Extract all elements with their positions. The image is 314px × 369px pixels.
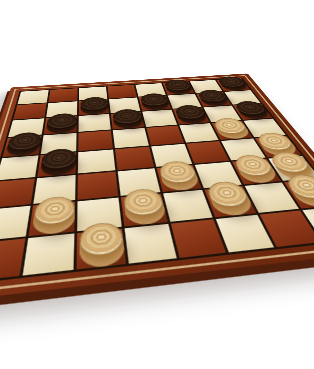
square-a8 xyxy=(17,90,48,104)
piece-dark-man xyxy=(112,108,143,124)
square-b8 xyxy=(48,88,77,102)
piece-dark-man xyxy=(139,93,169,107)
board-scene xyxy=(0,0,314,369)
piece-light-man xyxy=(157,160,198,184)
piece-light-man xyxy=(254,132,296,152)
square-e6 xyxy=(142,110,177,127)
square-c1 xyxy=(77,229,126,270)
square-c6 xyxy=(79,114,111,132)
square-b1 xyxy=(23,233,75,275)
square-b2 xyxy=(29,202,76,237)
square-d1 xyxy=(125,224,177,264)
square-d5 xyxy=(113,128,149,148)
square-e5 xyxy=(146,126,184,146)
square-d8 xyxy=(107,85,136,99)
checkers-board xyxy=(0,73,314,302)
piece-dark-man xyxy=(216,76,247,88)
square-d6 xyxy=(111,112,145,130)
square-c4 xyxy=(78,149,115,173)
board-grid xyxy=(0,78,314,285)
square-e3 xyxy=(157,165,202,192)
square-d2 xyxy=(121,194,168,227)
square-a2 xyxy=(0,206,31,241)
square-c7 xyxy=(79,99,109,115)
square-d4 xyxy=(115,147,154,170)
square-b4 xyxy=(37,152,76,176)
square-f8 xyxy=(163,82,194,95)
piece-light-man xyxy=(204,180,252,208)
square-b6 xyxy=(44,116,77,134)
square-e2 xyxy=(163,190,213,222)
square-e7 xyxy=(139,96,172,111)
square-a7 xyxy=(13,103,47,119)
square-c3 xyxy=(78,172,119,200)
square-a5 xyxy=(2,136,41,157)
piece-dark-man xyxy=(174,104,208,119)
square-a4 xyxy=(0,155,38,180)
piece-dark-man xyxy=(233,100,269,115)
square-a3 xyxy=(0,178,35,208)
product-photo-canvas xyxy=(0,0,314,369)
piece-dark-man xyxy=(81,96,109,110)
piece-dark-man xyxy=(163,79,192,91)
square-c5 xyxy=(78,130,113,151)
